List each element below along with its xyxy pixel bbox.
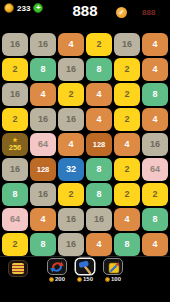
tile[interactable]: 2 [114, 83, 140, 106]
tile[interactable]: 2 [58, 83, 84, 106]
pick-price: 100 [105, 276, 121, 282]
coin-icon [105, 277, 110, 282]
tile[interactable]: 2 [114, 158, 140, 181]
tile[interactable]: 2 [114, 183, 140, 206]
swap-button[interactable] [47, 258, 67, 275]
tile[interactable]: 16 [30, 183, 56, 206]
tile[interactable]: 16 [2, 33, 28, 56]
tile[interactable]: 4 [114, 133, 140, 156]
tile[interactable]: 32 [58, 158, 84, 181]
hammer-icon [78, 260, 92, 274]
tile[interactable]: 4 [142, 108, 168, 131]
tile[interactable]: 8 [30, 233, 56, 256]
tile[interactable]: 2 [58, 183, 84, 206]
pick-price-value: 100 [111, 276, 121, 282]
booster-pick: 100 [103, 258, 123, 282]
booster-hammer: 150 [75, 258, 95, 282]
menu-button[interactable] [8, 260, 28, 277]
tile[interactable]: 2 [86, 33, 112, 56]
booster-swap: 200 [47, 258, 67, 282]
tile[interactable]: 4 [142, 58, 168, 81]
tile[interactable]: 2 [114, 108, 140, 131]
tile[interactable]: 4 [58, 133, 84, 156]
tile[interactable]: 8 [142, 83, 168, 106]
hammer-price: 150 [77, 276, 93, 282]
goal-value: 888 [142, 8, 155, 17]
tile[interactable]: 4 [142, 233, 168, 256]
tile[interactable]: 4 [86, 83, 112, 106]
tile[interactable]: 16 [58, 208, 84, 231]
star-icon: ★ [12, 138, 17, 143]
tile[interactable]: 128 [86, 133, 112, 156]
goal-check-icon: ✓ [116, 7, 127, 18]
hammer-price-value: 150 [83, 276, 93, 282]
tile[interactable]: 4 [86, 233, 112, 256]
tile[interactable]: 4 [58, 33, 84, 56]
tile[interactable]: 16 [30, 108, 56, 131]
tile[interactable]: 2 [114, 58, 140, 81]
tile[interactable]: 4 [30, 83, 56, 106]
tile[interactable]: 2 [2, 58, 28, 81]
tile[interactable]: 4 [114, 208, 140, 231]
tile[interactable]: 16 [58, 233, 84, 256]
tile[interactable]: 8 [142, 208, 168, 231]
footer-divider [0, 256, 170, 257]
swap-price-value: 200 [55, 276, 65, 282]
tile[interactable]: 16 [142, 133, 168, 156]
tile[interactable]: 16 [58, 108, 84, 131]
tile[interactable]: 8 [86, 58, 112, 81]
swap-price: 200 [49, 276, 65, 282]
tile[interactable]: 128 [30, 158, 56, 181]
tile[interactable]: 8 [86, 183, 112, 206]
swap-arrows-icon [50, 260, 64, 274]
tile[interactable]: 4 [142, 33, 168, 56]
tile[interactable]: 8 [2, 183, 28, 206]
tile[interactable]: 16 [2, 158, 28, 181]
tile[interactable]: 8 [114, 233, 140, 256]
tile[interactable]: 8 [30, 58, 56, 81]
tile[interactable]: 16 [30, 33, 56, 56]
tile[interactable]: ★256 [2, 133, 28, 156]
tile[interactable]: 16 [114, 33, 140, 56]
board: 1616421642816824164242821616424★25664412… [0, 33, 170, 256]
tile[interactable]: 16 [58, 58, 84, 81]
tile[interactable]: 4 [30, 208, 56, 231]
coin-icon [49, 277, 54, 282]
booster-bar: 200 150 100 [47, 258, 123, 282]
coin-icon [77, 277, 82, 282]
hammer-button[interactable] [75, 258, 95, 275]
pick-button[interactable] [103, 258, 123, 275]
arrow-target-icon [106, 260, 120, 274]
tile[interactable]: 16 [2, 83, 28, 106]
tile[interactable]: 8 [86, 158, 112, 181]
tile[interactable]: 4 [86, 108, 112, 131]
tile[interactable]: 64 [30, 133, 56, 156]
tile[interactable]: 2 [2, 233, 28, 256]
tile[interactable]: 64 [2, 208, 28, 231]
stacked-bars-icon [12, 263, 24, 274]
tile[interactable]: 64 [142, 158, 168, 181]
tile[interactable]: 2 [2, 108, 28, 131]
tile[interactable]: 16 [86, 208, 112, 231]
tile[interactable]: 2 [142, 183, 168, 206]
